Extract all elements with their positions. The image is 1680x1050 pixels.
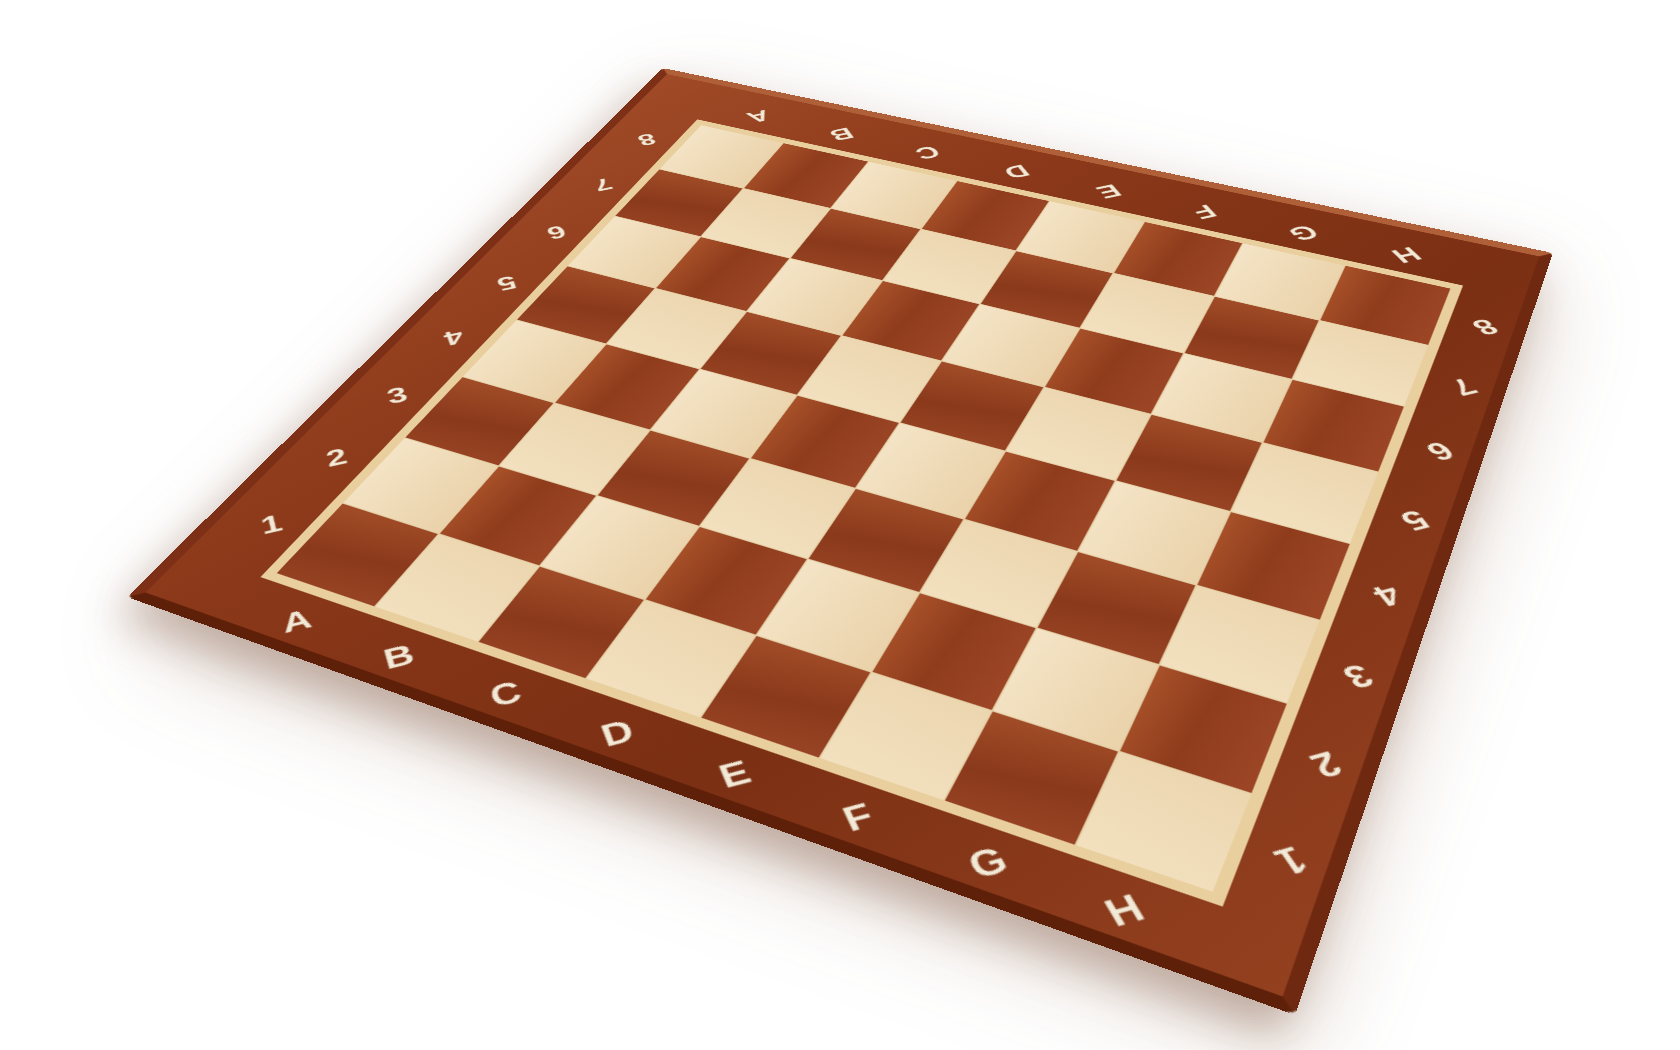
chess-board: AABBCCDDEEFFGGHH1122334455667788	[127, 68, 1553, 1015]
board-shadow-wrap: AABBCCDDEEFFGGHH1122334455667788	[0, 0, 1680, 1050]
board-photo: AABBCCDDEEFFGGHH1122334455667788	[0, 0, 1680, 1050]
